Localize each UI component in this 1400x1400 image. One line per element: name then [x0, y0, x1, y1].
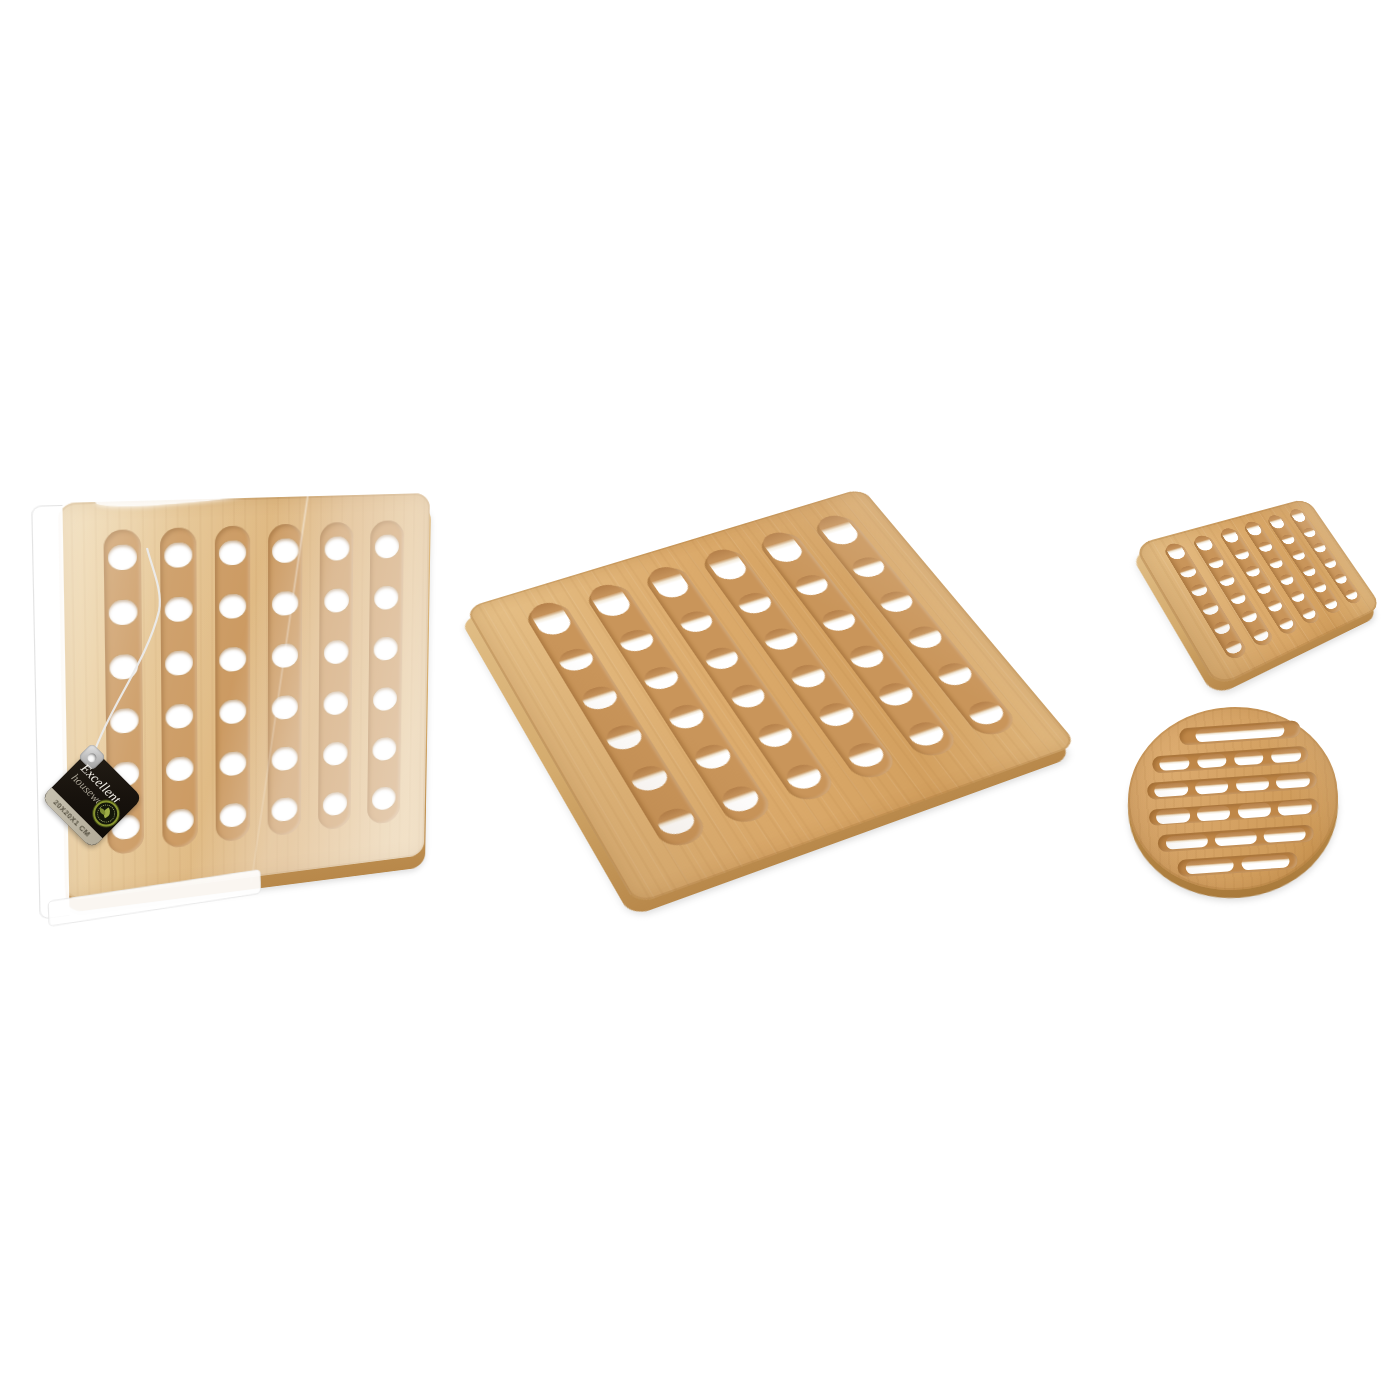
trivet-hole	[847, 554, 889, 580]
trivet-hole	[1289, 508, 1308, 523]
trivet-hole	[323, 639, 348, 664]
trivet-hole	[1241, 854, 1291, 871]
trivet-hole	[220, 699, 247, 725]
trivet-hole	[108, 544, 137, 571]
trivet-hole	[374, 585, 399, 610]
trivet-hole	[791, 572, 833, 599]
trivet-hole	[1235, 777, 1269, 792]
trivet-hole	[758, 529, 807, 565]
trivet-hole	[272, 591, 298, 617]
trivet-hole	[1237, 803, 1271, 818]
trivet-channel	[1148, 798, 1319, 827]
trivet-hole	[1243, 565, 1262, 579]
trivet-hole	[734, 590, 776, 617]
trivet-hole	[690, 741, 735, 773]
trivet-hole	[1156, 809, 1190, 824]
trivet-channel	[318, 522, 354, 831]
trivet-hole	[1302, 527, 1318, 539]
trivet-hole	[1165, 834, 1208, 850]
trivet-hole	[1257, 540, 1275, 553]
trivet-channel	[1177, 852, 1297, 877]
trivet-hole	[1233, 751, 1264, 766]
trivet-hole	[1192, 534, 1214, 552]
trivet-hole	[1271, 748, 1302, 763]
trivet-hole	[578, 683, 622, 713]
trivet-hole	[1289, 589, 1307, 603]
trivet-hole	[373, 636, 398, 661]
trivet-hole	[164, 542, 192, 568]
plastic-wrap-fringe	[95, 483, 253, 510]
trivet-hole	[639, 663, 682, 692]
trivet-hole	[1219, 527, 1240, 544]
trivet-hole	[166, 703, 193, 730]
trivet-hole	[753, 720, 798, 751]
trivet-hole	[700, 644, 743, 673]
trivet-hole	[644, 563, 693, 601]
trivet-hole	[626, 762, 672, 794]
trivet-hole	[555, 646, 598, 675]
trivet-hole	[1268, 556, 1286, 569]
trivet-hole	[1228, 591, 1248, 606]
trivet-hole	[1159, 756, 1190, 771]
trivet-hole	[781, 760, 827, 792]
trivet-hole	[526, 599, 575, 638]
trivet-hole	[1206, 556, 1226, 570]
trivet-hole	[814, 700, 859, 730]
trivet-hole	[903, 623, 947, 651]
trivet-hole	[1164, 542, 1188, 561]
trivet-hole	[272, 746, 298, 772]
trivet-hole	[616, 627, 658, 655]
trivet-hole	[1185, 858, 1235, 875]
trivet-hole	[1200, 601, 1221, 617]
trivet-hole	[1267, 514, 1287, 530]
small-square-trivet	[1133, 498, 1382, 688]
trivet-hole	[166, 756, 193, 783]
trivet-hole	[109, 653, 137, 680]
trivet-hole	[322, 791, 347, 817]
trivet-channel	[160, 527, 198, 849]
trivet-hole	[1196, 753, 1227, 768]
trivet-hole	[272, 538, 298, 563]
trivet-hole	[586, 581, 635, 619]
trivet-hole	[1223, 639, 1244, 656]
trivet-hole	[963, 698, 1009, 728]
trivet-hole	[219, 540, 246, 566]
trivet-hole	[601, 722, 646, 753]
product-photo: Excellent houseware 20X20X1 CM	[0, 0, 1400, 1400]
trivet-hole	[1301, 565, 1318, 578]
trivet-hole	[220, 751, 246, 777]
trivet-hole	[759, 625, 802, 653]
trivet-hole	[324, 536, 350, 561]
trivet-hole	[652, 804, 699, 838]
trivet-hole	[818, 606, 861, 634]
large-square-trivet	[465, 488, 1078, 905]
trivet-hole	[324, 588, 349, 613]
trivet-hole	[219, 593, 246, 619]
trivet-hole	[220, 646, 247, 672]
trivet-hole	[1264, 827, 1307, 843]
trivet-channel	[1179, 720, 1301, 745]
trivet-hole	[1254, 582, 1273, 596]
trivet-hole	[165, 650, 193, 676]
trivet-hole	[875, 588, 918, 615]
trivet-hole	[1277, 616, 1296, 631]
trivet-hole	[845, 642, 889, 671]
trivet-hole	[664, 701, 708, 731]
trivet-hole	[220, 802, 246, 828]
trivet-channel	[215, 525, 251, 842]
trivet-hole	[1244, 520, 1264, 537]
trivet-hole	[1251, 627, 1271, 643]
trivet-hole	[272, 796, 298, 822]
trivet-hole	[1280, 533, 1297, 545]
trivet-hole	[717, 782, 763, 815]
trivet-hole	[843, 739, 889, 771]
trivet-hole	[371, 786, 395, 811]
trivet-hole	[165, 596, 193, 622]
trivet-hole	[167, 808, 194, 835]
trivet-hole	[786, 662, 830, 691]
trivet-hole	[1195, 780, 1229, 795]
trivet-hole	[726, 681, 770, 711]
trivet-hole	[110, 707, 138, 734]
trivet-hole	[1217, 573, 1237, 588]
trivet-hole	[372, 736, 397, 761]
trivet-hole	[813, 512, 862, 548]
trivet-channel	[367, 520, 403, 825]
trivet-hole	[374, 534, 399, 559]
trivet-channel	[1152, 746, 1309, 774]
trivet-hole	[1189, 583, 1210, 598]
hole-pattern	[465, 488, 862, 608]
trivet-hole	[1239, 609, 1259, 625]
trivet-hole	[675, 608, 717, 636]
hole-pattern	[1122, 700, 1331, 715]
trivet-hole	[1344, 588, 1360, 601]
trivet-channel	[1158, 824, 1314, 852]
trivet-hole	[323, 741, 348, 767]
trivet-hole	[1301, 606, 1319, 621]
trivet-hole	[1212, 620, 1233, 637]
trivet-hole	[1232, 548, 1251, 561]
trivet-hole	[1265, 599, 1284, 614]
trivet-hole	[702, 546, 751, 583]
trivet-hole	[373, 687, 398, 712]
trivet-hole	[1290, 549, 1307, 562]
trivet-hole	[109, 599, 138, 626]
hole-pattern	[1133, 498, 1307, 545]
trivet-hole	[1333, 572, 1349, 585]
trivet-hole	[1196, 806, 1230, 821]
trivet-hole	[1214, 830, 1257, 846]
trivet-channel	[1146, 772, 1317, 801]
plastic-wrap-edge	[31, 505, 69, 920]
plastic-wrap-flap	[47, 869, 261, 927]
trivet-hole	[903, 718, 949, 749]
trivet-hole	[1276, 774, 1310, 789]
trivet-hole	[1154, 782, 1188, 797]
trivet-hole	[1178, 565, 1199, 580]
trivet-hole	[1312, 542, 1328, 554]
trivet-hole	[1322, 557, 1338, 570]
trivet-hole	[1278, 800, 1312, 815]
trivet-hole	[323, 690, 348, 715]
trivet-hole	[1196, 723, 1285, 742]
trivet-hole	[874, 679, 919, 709]
packaged-square-trivet	[58, 493, 430, 901]
trivet-hole	[1312, 581, 1329, 595]
trivet-hole	[1278, 573, 1296, 587]
trivet-hole	[932, 660, 977, 689]
trivet-hole	[1323, 597, 1340, 611]
